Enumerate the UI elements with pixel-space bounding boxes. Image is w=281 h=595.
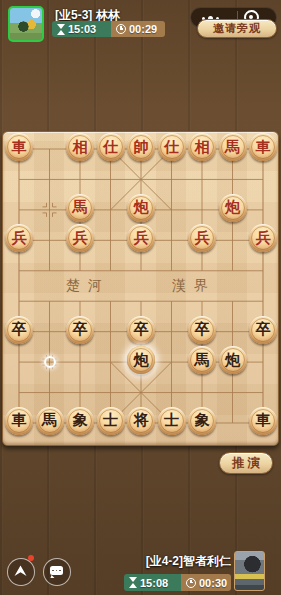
board-point-3-6[interactable]	[95, 316, 126, 346]
board-point-1-5[interactable]	[34, 286, 65, 316]
piece-black-rook[interactable]: 車	[249, 407, 277, 435]
piece-black-horse[interactable]: 馬	[36, 407, 64, 435]
board-point-2-2[interactable]: 馬	[65, 195, 96, 225]
board-point-5-7[interactable]	[156, 347, 187, 377]
board-point-6-9[interactable]: 象	[187, 408, 218, 438]
board-point-2-4[interactable]	[65, 256, 96, 286]
app-home-button[interactable]	[7, 558, 35, 586]
piece-red-general[interactable]: 帥	[127, 133, 155, 161]
board-point-3-2[interactable]	[95, 195, 126, 225]
board-point-1-2[interactable]	[34, 195, 65, 225]
piece-black-cannon[interactable]: 炮	[127, 346, 155, 374]
board-point-2-7[interactable]	[65, 347, 96, 377]
piece-black-rook[interactable]: 車	[5, 407, 33, 435]
board-point-0-4[interactable]	[4, 256, 35, 286]
board-point-5-4[interactable]	[156, 256, 187, 286]
board-point-7-9[interactable]	[217, 408, 248, 438]
bottom-main-time: 15:08	[140, 577, 168, 589]
board-point-8-9[interactable]: 車	[248, 408, 279, 438]
board-point-6-2[interactable]	[187, 195, 218, 225]
board-point-7-2[interactable]: 炮	[217, 195, 248, 225]
board-point-1-6[interactable]	[34, 316, 65, 346]
board-point-8-6[interactable]: 卒	[248, 316, 279, 346]
app-logo-icon	[8, 559, 33, 584]
board-point-5-3[interactable]	[156, 225, 187, 255]
board-point-4-0[interactable]: 帥	[126, 134, 157, 164]
piece-red-horse[interactable]: 馬	[66, 194, 94, 222]
invite-spectate-button[interactable]: 邀请旁观	[197, 19, 277, 38]
board-point-6-5[interactable]	[187, 286, 218, 316]
board-point-4-1[interactable]	[126, 164, 157, 194]
simulate-button[interactable]: 推演	[219, 452, 273, 474]
board-point-1-1[interactable]	[34, 164, 65, 194]
game-screen: [业5-3] 林林 15:03 00:29 邀请旁观 楚河 漢界 車相仕帥仕相馬…	[0, 0, 281, 595]
board-point-5-5[interactable]	[156, 286, 187, 316]
board-point-1-4[interactable]	[34, 256, 65, 286]
board-point-6-7[interactable]: 馬	[187, 347, 218, 377]
board-point-6-0[interactable]: 相	[187, 134, 218, 164]
board-point-0-3[interactable]: 兵	[4, 225, 35, 255]
piece-black-pawn[interactable]: 卒	[188, 316, 216, 344]
board-point-3-5[interactable]	[95, 286, 126, 316]
piece-red-rook[interactable]: 車	[249, 133, 277, 161]
board-point-4-2[interactable]: 炮	[126, 195, 157, 225]
board-point-3-0[interactable]: 仕	[95, 134, 126, 164]
board-point-4-6[interactable]: 卒	[126, 316, 157, 346]
piece-black-pawn[interactable]: 卒	[127, 316, 155, 344]
piece-red-cannon[interactable]: 炮	[127, 194, 155, 222]
board-point-3-3[interactable]	[95, 225, 126, 255]
board-point-4-9[interactable]: 将	[126, 408, 157, 438]
board-point-5-0[interactable]: 仕	[156, 134, 187, 164]
piece-red-cannon[interactable]: 炮	[219, 194, 247, 222]
board-point-5-9[interactable]: 士	[156, 408, 187, 438]
piece-red-pawn[interactable]: 兵	[66, 224, 94, 252]
board-point-3-1[interactable]	[95, 164, 126, 194]
bottom-player-avatar[interactable]	[234, 551, 265, 591]
clock-icon	[116, 24, 126, 34]
board-point-8-0[interactable]: 車	[248, 134, 279, 164]
top-player-avatar[interactable]	[8, 6, 44, 42]
piece-red-rook[interactable]: 車	[5, 133, 33, 161]
board-point-7-5[interactable]	[217, 286, 248, 316]
board-point-3-9[interactable]: 士	[95, 408, 126, 438]
board-point-8-2[interactable]	[248, 195, 279, 225]
board-point-1-3[interactable]	[34, 225, 65, 255]
piece-red-elephant[interactable]: 相	[66, 133, 94, 161]
top-main-time: 15:03	[68, 23, 96, 35]
board-point-0-9[interactable]: 車	[4, 408, 35, 438]
board-point-5-2[interactable]	[156, 195, 187, 225]
board-point-7-6[interactable]	[217, 316, 248, 346]
board-point-2-9[interactable]: 象	[65, 408, 96, 438]
piece-black-horse[interactable]: 馬	[188, 346, 216, 374]
board-point-5-6[interactable]	[156, 316, 187, 346]
top-player-main-timer: 15:03	[52, 21, 111, 37]
board-point-6-8[interactable]	[187, 377, 218, 407]
piece-red-advisor[interactable]: 仕	[97, 133, 125, 161]
board-point-3-7[interactable]	[95, 347, 126, 377]
board-point-7-0[interactable]: 馬	[217, 134, 248, 164]
board-point-6-6[interactable]: 卒	[187, 316, 218, 346]
board-point-8-4[interactable]	[248, 256, 279, 286]
board-point-6-1[interactable]	[187, 164, 218, 194]
bottom-player-move-timer: 00:30	[181, 574, 231, 591]
piece-red-horse[interactable]: 馬	[219, 133, 247, 161]
piece-black-elephant[interactable]: 象	[188, 407, 216, 435]
board-point-7-7[interactable]: 炮	[217, 347, 248, 377]
bottom-move-time: 00:30	[199, 577, 227, 589]
board-point-8-7[interactable]	[248, 347, 279, 377]
board-point-4-8[interactable]	[126, 377, 157, 407]
board-point-1-0[interactable]	[34, 134, 65, 164]
chat-bubble-icon	[50, 566, 63, 575]
board-point-8-5[interactable]	[248, 286, 279, 316]
piece-black-pawn[interactable]: 卒	[66, 316, 94, 344]
piece-black-pawn[interactable]: 卒	[249, 316, 277, 344]
hourglass-icon	[129, 577, 137, 588]
board-grid: 車相仕帥仕相馬車馬炮炮兵兵兵兵兵卒卒卒卒卒炮馬炮車馬象士将士象車	[4, 134, 279, 438]
board-point-1-9[interactable]: 馬	[34, 408, 65, 438]
board-point-3-4[interactable]	[95, 256, 126, 286]
board-point-5-8[interactable]	[156, 377, 187, 407]
board-point-1-8[interactable]	[34, 377, 65, 407]
board-point-1-7[interactable]	[34, 347, 65, 377]
chat-button[interactable]	[43, 558, 71, 586]
board-point-6-4[interactable]	[187, 256, 218, 286]
board-point-0-7[interactable]	[4, 347, 35, 377]
board-point-2-1[interactable]	[65, 164, 96, 194]
hourglass-icon	[57, 24, 65, 35]
board-point-2-6[interactable]: 卒	[65, 316, 96, 346]
board-point-7-4[interactable]	[217, 256, 248, 286]
last-move-from-marker	[44, 356, 56, 368]
top-player-move-timer: 00:29	[111, 21, 165, 37]
piece-red-pawn[interactable]: 兵	[249, 224, 277, 252]
board-point-0-5[interactable]	[4, 286, 35, 316]
board-point-5-1[interactable]	[156, 164, 187, 194]
board-point-4-5[interactable]	[126, 286, 157, 316]
board-point-2-3[interactable]: 兵	[65, 225, 96, 255]
board-point-8-3[interactable]: 兵	[248, 225, 279, 255]
board-point-2-8[interactable]	[65, 377, 96, 407]
piece-red-pawn[interactable]: 兵	[188, 224, 216, 252]
board-point-7-8[interactable]	[217, 377, 248, 407]
bottom-player-name: [业4-2]智者利仁	[118, 553, 231, 570]
board-point-0-2[interactable]	[4, 195, 35, 225]
board-point-2-0[interactable]: 相	[65, 134, 96, 164]
board-point-0-1[interactable]	[4, 164, 35, 194]
board-point-4-3[interactable]: 兵	[126, 225, 157, 255]
board-point-4-7[interactable]: 炮	[126, 347, 157, 377]
board-point-7-3[interactable]	[217, 225, 248, 255]
board-point-2-5[interactable]	[65, 286, 96, 316]
notification-dot	[28, 555, 34, 561]
piece-black-general[interactable]: 将	[127, 407, 155, 435]
piece-red-pawn[interactable]: 兵	[5, 224, 33, 252]
simulate-label: 推演	[232, 455, 263, 472]
board-point-6-3[interactable]: 兵	[187, 225, 218, 255]
board-point-8-8[interactable]	[248, 377, 279, 407]
invite-spectate-label: 邀请旁观	[213, 21, 261, 36]
board-point-3-8[interactable]	[95, 377, 126, 407]
piece-red-pawn[interactable]: 兵	[127, 224, 155, 252]
clock-icon	[186, 578, 196, 588]
piece-black-pawn[interactable]: 卒	[5, 316, 33, 344]
piece-black-cannon[interactable]: 炮	[219, 346, 247, 374]
board-point-7-1[interactable]	[217, 164, 248, 194]
piece-red-advisor[interactable]: 仕	[158, 133, 186, 161]
board-point-4-4[interactable]	[126, 256, 157, 286]
top-move-time: 00:29	[129, 23, 157, 35]
piece-black-advisor[interactable]: 士	[97, 407, 125, 435]
piece-black-elephant[interactable]: 象	[66, 407, 94, 435]
board-point-0-8[interactable]	[4, 377, 35, 407]
piece-red-elephant[interactable]: 相	[188, 133, 216, 161]
board-point-8-1[interactable]	[248, 164, 279, 194]
bottom-player-main-timer: 15:08	[124, 574, 181, 591]
board-point-0-0[interactable]: 車	[4, 134, 35, 164]
piece-black-advisor[interactable]: 士	[158, 407, 186, 435]
board-point-0-6[interactable]: 卒	[4, 316, 35, 346]
